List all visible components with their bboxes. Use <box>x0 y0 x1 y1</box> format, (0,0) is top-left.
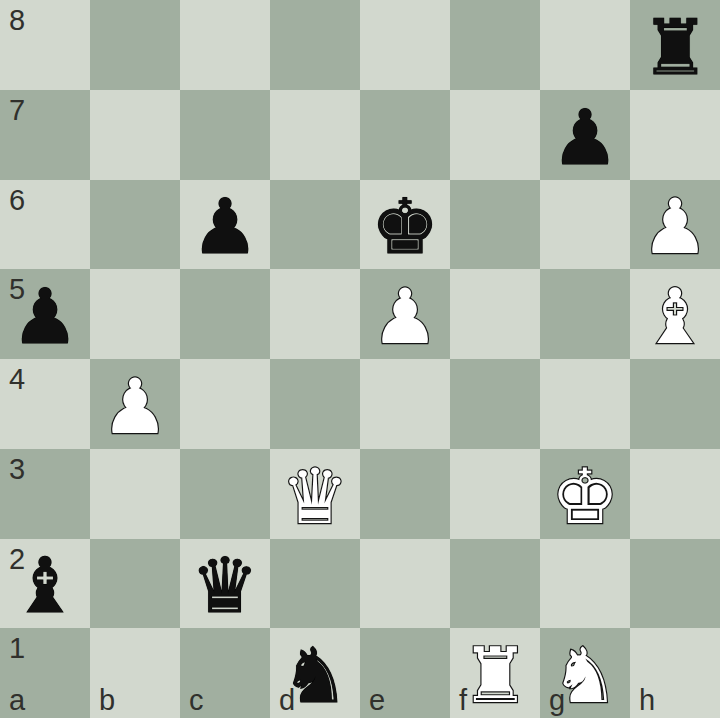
square-e7[interactable] <box>360 90 450 180</box>
square-e8[interactable] <box>360 0 450 90</box>
square-e1[interactable]: e <box>360 628 450 718</box>
piece-black-queen-c2[interactable]: ♛ <box>191 548 259 624</box>
square-h8[interactable]: ♜ <box>630 0 720 90</box>
square-e4[interactable] <box>360 359 450 449</box>
square-d6[interactable] <box>270 180 360 270</box>
file-label-h: h <box>639 686 655 715</box>
file-label-a: a <box>9 686 25 715</box>
square-f3[interactable] <box>450 449 540 539</box>
square-f1[interactable]: f♜ <box>450 628 540 718</box>
square-a1[interactable]: 1a <box>0 628 90 718</box>
square-c3[interactable] <box>180 449 270 539</box>
square-d3[interactable]: ♛ <box>270 449 360 539</box>
square-a2[interactable]: 2♝ <box>0 539 90 629</box>
square-e6[interactable]: ♚ <box>360 180 450 270</box>
square-c5[interactable] <box>180 269 270 359</box>
rank-label-8: 8 <box>9 6 25 35</box>
piece-white-knight-g1[interactable]: ♞ <box>551 638 619 714</box>
square-h1[interactable]: h <box>630 628 720 718</box>
rank-label-6: 6 <box>9 186 25 215</box>
square-d4[interactable] <box>270 359 360 449</box>
square-a6[interactable]: 6 <box>0 180 90 270</box>
piece-black-knight-d1[interactable]: ♞ <box>281 638 349 714</box>
square-f6[interactable] <box>450 180 540 270</box>
square-g8[interactable] <box>540 0 630 90</box>
square-e2[interactable] <box>360 539 450 629</box>
chess-board: 8♜7♟6♟♚♟5♟♟♝4♟3♛♚2♝♛1abcd♞ef♜g♞h <box>0 0 720 718</box>
square-b5[interactable] <box>90 269 180 359</box>
square-g1[interactable]: g♞ <box>540 628 630 718</box>
piece-black-pawn-g7[interactable]: ♟ <box>551 100 619 176</box>
piece-white-pawn-b4[interactable]: ♟ <box>101 369 169 445</box>
square-e3[interactable] <box>360 449 450 539</box>
square-d8[interactable] <box>270 0 360 90</box>
square-d1[interactable]: d♞ <box>270 628 360 718</box>
file-label-e: e <box>369 686 385 715</box>
square-g5[interactable] <box>540 269 630 359</box>
square-f8[interactable] <box>450 0 540 90</box>
square-g6[interactable] <box>540 180 630 270</box>
square-f4[interactable] <box>450 359 540 449</box>
square-b6[interactable] <box>90 180 180 270</box>
square-c2[interactable]: ♛ <box>180 539 270 629</box>
square-f7[interactable] <box>450 90 540 180</box>
square-a7[interactable]: 7 <box>0 90 90 180</box>
square-h2[interactable] <box>630 539 720 629</box>
piece-black-bishop-a2[interactable]: ♝ <box>11 548 79 624</box>
square-h7[interactable] <box>630 90 720 180</box>
square-c7[interactable] <box>180 90 270 180</box>
square-d7[interactable] <box>270 90 360 180</box>
square-a4[interactable]: 4 <box>0 359 90 449</box>
square-g3[interactable]: ♚ <box>540 449 630 539</box>
piece-white-queen-d3[interactable]: ♛ <box>281 459 349 535</box>
square-b2[interactable] <box>90 539 180 629</box>
piece-black-pawn-c6[interactable]: ♟ <box>191 189 259 265</box>
piece-black-rook-h8[interactable]: ♜ <box>641 10 709 86</box>
piece-black-king-e6[interactable]: ♚ <box>371 189 439 265</box>
square-f2[interactable] <box>450 539 540 629</box>
square-b3[interactable] <box>90 449 180 539</box>
square-a5[interactable]: 5♟ <box>0 269 90 359</box>
square-d2[interactable] <box>270 539 360 629</box>
piece-white-pawn-e5[interactable]: ♟ <box>371 279 439 355</box>
square-a3[interactable]: 3 <box>0 449 90 539</box>
rank-label-4: 4 <box>9 365 25 394</box>
piece-black-pawn-a5[interactable]: ♟ <box>11 279 79 355</box>
square-b8[interactable] <box>90 0 180 90</box>
square-c1[interactable]: c <box>180 628 270 718</box>
rank-label-1: 1 <box>9 634 25 663</box>
square-b1[interactable]: b <box>90 628 180 718</box>
square-h3[interactable] <box>630 449 720 539</box>
rank-label-7: 7 <box>9 96 25 125</box>
piece-white-pawn-h6[interactable]: ♟ <box>641 189 709 265</box>
piece-white-king-g3[interactable]: ♚ <box>551 459 619 535</box>
square-g7[interactable]: ♟ <box>540 90 630 180</box>
square-c4[interactable] <box>180 359 270 449</box>
square-g2[interactable] <box>540 539 630 629</box>
square-c8[interactable] <box>180 0 270 90</box>
file-label-b: b <box>99 686 115 715</box>
square-g4[interactable] <box>540 359 630 449</box>
square-b4[interactable]: ♟ <box>90 359 180 449</box>
square-d5[interactable] <box>270 269 360 359</box>
square-h4[interactable] <box>630 359 720 449</box>
square-a8[interactable]: 8 <box>0 0 90 90</box>
piece-white-bishop-h5[interactable]: ♝ <box>641 279 709 355</box>
square-h6[interactable]: ♟ <box>630 180 720 270</box>
rank-label-3: 3 <box>9 455 25 484</box>
square-f5[interactable] <box>450 269 540 359</box>
square-h5[interactable]: ♝ <box>630 269 720 359</box>
square-e5[interactable]: ♟ <box>360 269 450 359</box>
piece-white-rook-f1[interactable]: ♜ <box>461 638 529 714</box>
square-c6[interactable]: ♟ <box>180 180 270 270</box>
square-b7[interactable] <box>90 90 180 180</box>
file-label-c: c <box>189 686 204 715</box>
